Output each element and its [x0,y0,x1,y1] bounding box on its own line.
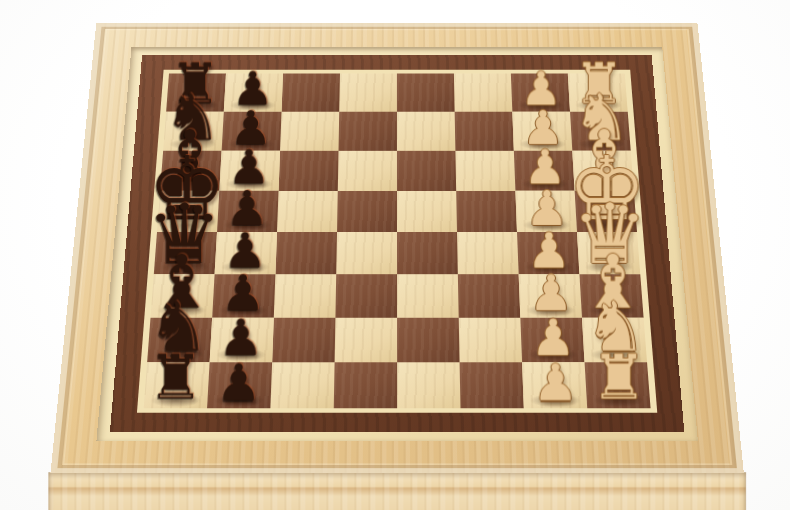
maple-inlay-strip: ♜♟♟♜♞♟♟♞♝♟♟♝♚♟♟♚♛♟♟♛♝♟♟♝♞♟♟♞♜♟♟♜ [96,47,698,441]
square-c3 [458,274,520,317]
square-h4 [397,74,455,112]
square-a5 [334,362,397,408]
square-e5 [337,191,397,232]
square-h3 [454,74,512,112]
white-pawn: ♟ [533,359,578,406]
square-f6 [279,151,339,191]
square-b5 [335,318,397,363]
chess-set-photo: ♜♟♟♜♞♟♟♞♝♟♟♝♚♟♟♚♛♟♟♛♝♟♟♝♞♟♟♞♜♟♟♜ [0,0,790,510]
black-pawn: ♟ [216,359,261,406]
square-a2: ♟ [522,362,587,408]
chessboard-grid: ♜♟♟♜♞♟♟♞♝♟♟♝♚♟♟♚♛♟♟♛♝♟♟♝♞♟♟♞♜♟♟♜ [144,74,651,409]
square-d3 [457,232,519,274]
white-rook: ♜ [591,350,646,406]
square-c4 [397,274,459,317]
square-g5 [339,112,397,151]
square-a6 [270,362,334,408]
square-a7: ♟ [207,362,272,408]
maple-pinstripe: ♜♟♟♜♞♟♟♞♝♟♟♝♚♟♟♚♛♟♟♛♝♟♟♝♞♟♟♞♜♟♟♜ [137,70,657,413]
square-d5 [336,232,397,274]
square-a1: ♜ [585,362,651,408]
square-g3 [455,112,514,151]
black-rook: ♜ [148,350,203,406]
square-e6 [277,191,338,232]
square-h6 [282,74,340,112]
square-a4 [397,362,460,408]
walnut-border-band: ♜♟♟♜♞♟♟♞♝♟♟♝♚♟♟♚♛♟♟♛♝♟♟♝♞♟♟♞♜♟♟♜ [110,55,684,432]
square-a3 [460,362,524,408]
square-b3 [459,318,522,363]
square-f3 [455,151,515,191]
square-c6 [274,274,336,317]
square-d4 [397,232,458,274]
chess-board: ♜♟♟♜♞♟♟♞♝♟♟♝♚♟♟♚♛♟♟♛♝♟♟♝♞♟♟♞♜♟♟♜ [50,23,743,473]
square-c5 [335,274,397,317]
square-b4 [397,318,460,363]
square-d6 [275,232,337,274]
frame-front-apron [48,472,746,510]
square-f5 [338,151,397,191]
square-e3 [456,191,517,232]
square-g6 [280,112,339,151]
square-f4 [397,151,456,191]
pine-frame: ♜♟♟♜♞♟♟♞♝♟♟♝♚♟♟♚♛♟♟♛♝♟♟♝♞♟♟♞♜♟♟♜ [50,23,743,473]
square-h5 [339,74,397,112]
square-e4 [397,191,457,232]
square-b6 [272,318,335,363]
square-a8: ♜ [144,362,210,408]
square-g4 [397,112,455,151]
